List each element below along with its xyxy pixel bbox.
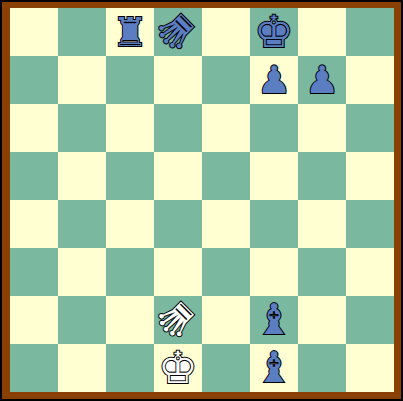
square-b7[interactable] <box>58 56 106 104</box>
square-b4[interactable] <box>58 200 106 248</box>
square-c1[interactable] <box>106 344 154 392</box>
square-h3[interactable] <box>346 248 394 296</box>
square-d2[interactable]: ♛ <box>154 296 202 344</box>
square-b8[interactable] <box>58 8 106 56</box>
square-a7[interactable] <box>10 56 58 104</box>
chess-app: ♜♛♚♟♟♛♝♚♝ <box>0 0 403 401</box>
square-e1[interactable] <box>202 344 250 392</box>
square-a8[interactable] <box>10 8 58 56</box>
square-h8[interactable] <box>346 8 394 56</box>
square-g2[interactable] <box>298 296 346 344</box>
square-g5[interactable] <box>298 152 346 200</box>
square-e6[interactable] <box>202 104 250 152</box>
square-c7[interactable] <box>106 56 154 104</box>
square-f6[interactable] <box>250 104 298 152</box>
square-f1[interactable]: ♝ <box>250 344 298 392</box>
square-f7[interactable]: ♟ <box>250 56 298 104</box>
square-g7[interactable]: ♟ <box>298 56 346 104</box>
square-e4[interactable] <box>202 200 250 248</box>
square-h4[interactable] <box>346 200 394 248</box>
square-g1[interactable] <box>298 344 346 392</box>
square-b6[interactable] <box>58 104 106 152</box>
square-h5[interactable] <box>346 152 394 200</box>
square-a6[interactable] <box>10 104 58 152</box>
square-h6[interactable] <box>346 104 394 152</box>
chess-board: ♜♛♚♟♟♛♝♚♝ <box>10 8 394 392</box>
square-e8[interactable] <box>202 8 250 56</box>
square-g3[interactable] <box>298 248 346 296</box>
square-b1[interactable] <box>58 344 106 392</box>
square-a4[interactable] <box>10 200 58 248</box>
square-f3[interactable] <box>250 248 298 296</box>
square-f2[interactable]: ♝ <box>250 296 298 344</box>
square-d1[interactable]: ♚ <box>154 344 202 392</box>
square-g4[interactable] <box>298 200 346 248</box>
square-e3[interactable] <box>202 248 250 296</box>
square-d6[interactable] <box>154 104 202 152</box>
square-e7[interactable] <box>202 56 250 104</box>
square-f5[interactable] <box>250 152 298 200</box>
square-d7[interactable] <box>154 56 202 104</box>
black-pawn-f7[interactable]: ♟ <box>250 56 298 104</box>
square-c3[interactable] <box>106 248 154 296</box>
black-bishop-f1[interactable]: ♝ <box>250 344 298 392</box>
square-b5[interactable] <box>58 152 106 200</box>
square-c5[interactable] <box>106 152 154 200</box>
square-a2[interactable] <box>10 296 58 344</box>
square-g8[interactable] <box>298 8 346 56</box>
square-f8[interactable]: ♚ <box>250 8 298 56</box>
square-b3[interactable] <box>58 248 106 296</box>
square-d5[interactable] <box>154 152 202 200</box>
square-e2[interactable] <box>202 296 250 344</box>
square-h2[interactable] <box>346 296 394 344</box>
white-king-d1[interactable]: ♚ <box>154 344 202 392</box>
black-bishop-f2[interactable]: ♝ <box>250 296 298 344</box>
square-b2[interactable] <box>58 296 106 344</box>
square-h7[interactable] <box>346 56 394 104</box>
black-pawn-g7[interactable]: ♟ <box>298 56 346 104</box>
square-g6[interactable] <box>298 104 346 152</box>
square-e5[interactable] <box>202 152 250 200</box>
square-a1[interactable] <box>10 344 58 392</box>
black-king-f8[interactable]: ♚ <box>250 8 298 56</box>
square-h1[interactable] <box>346 344 394 392</box>
square-d8[interactable]: ♛ <box>154 8 202 56</box>
square-a3[interactable] <box>10 248 58 296</box>
square-d4[interactable] <box>154 200 202 248</box>
square-f4[interactable] <box>250 200 298 248</box>
square-c4[interactable] <box>106 200 154 248</box>
square-a5[interactable] <box>10 152 58 200</box>
square-c6[interactable] <box>106 104 154 152</box>
